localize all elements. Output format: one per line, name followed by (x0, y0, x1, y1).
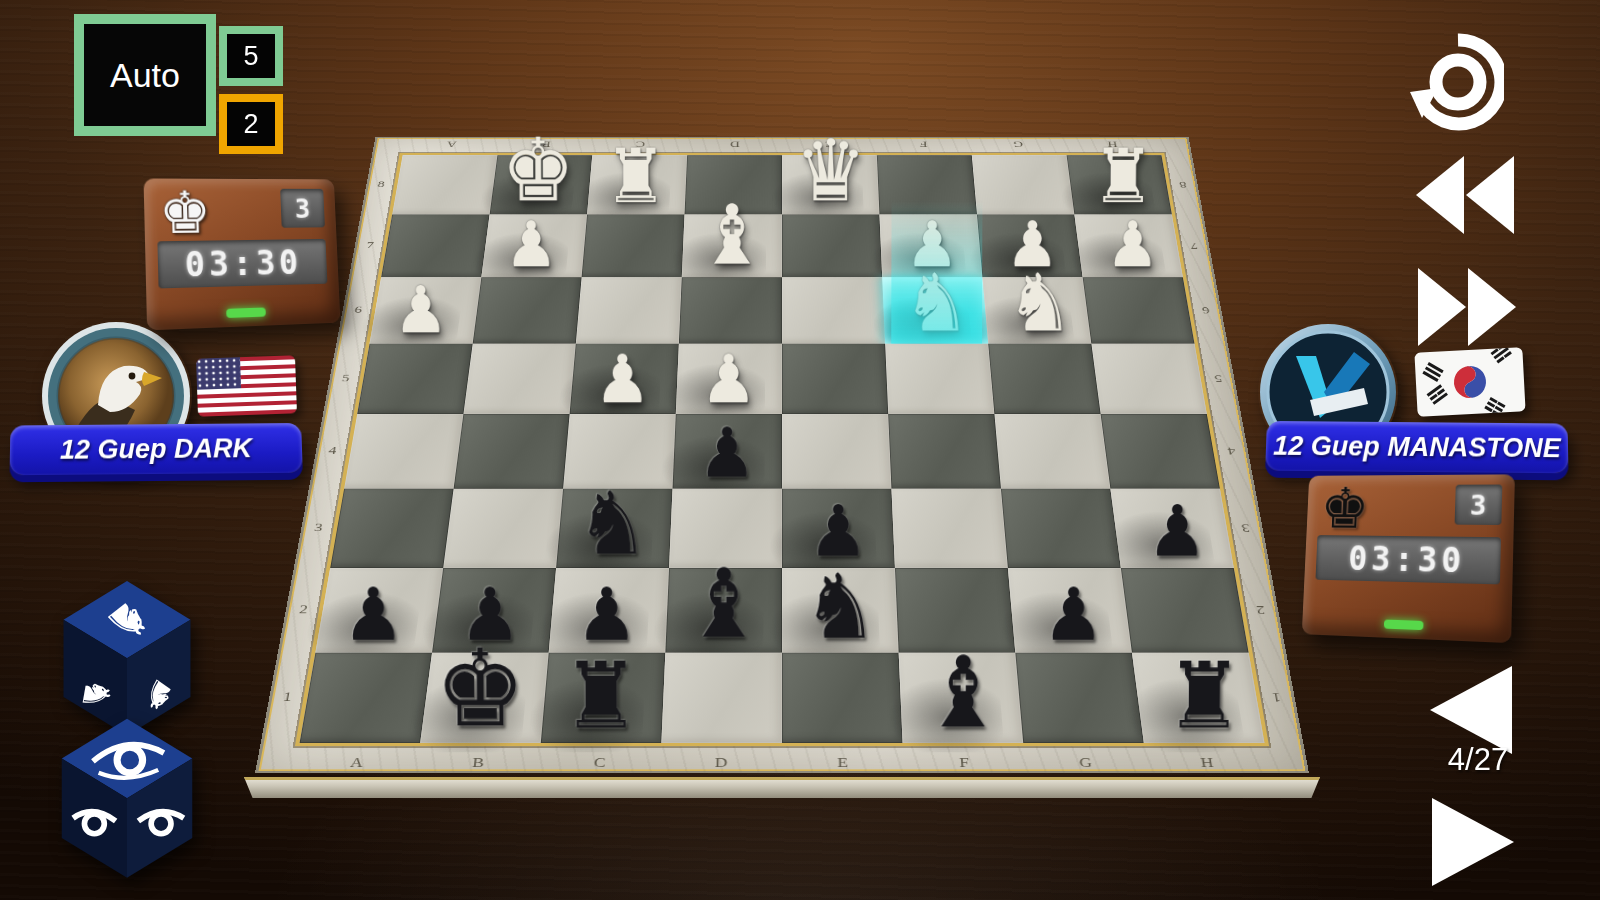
square-c1[interactable]: ♜ (541, 653, 666, 743)
square-c3[interactable]: ♞ (556, 489, 672, 568)
piece-white-rook-c8[interactable]: ♜ (587, 139, 685, 214)
square-b7[interactable]: ♟ (481, 215, 587, 278)
square-b6[interactable] (473, 277, 582, 343)
piece-white-king-b8[interactable]: ♚ (489, 126, 587, 213)
coordinate-label: G (1024, 755, 1147, 771)
square-e4[interactable] (782, 414, 891, 489)
square-h3[interactable]: ♟ (1110, 489, 1233, 568)
square-a5[interactable] (357, 344, 472, 414)
piece-white-knight-g6[interactable]: ♞ (988, 263, 1092, 343)
coordinate-label: D (687, 139, 782, 149)
square-g2[interactable]: ♟ (1008, 568, 1132, 653)
square-a6[interactable]: ♟ (370, 277, 482, 343)
piece-black-knight-e2[interactable]: ♞ (782, 561, 899, 651)
square-e2[interactable]: ♞ (782, 568, 899, 653)
black-clock-time-display: 03:30 (1315, 535, 1501, 584)
chess-board: ABCDEFGH ABCDEFGH 12345678 12345678 ♚♜♛♜… (255, 137, 1309, 774)
white-player-name: 12 Guep DARK (60, 433, 253, 465)
white-clock: ♚ 3 03:30 (144, 178, 341, 330)
coordinate-label: B (416, 755, 539, 771)
piece-black-rook-h1[interactable]: ♜ (1144, 650, 1265, 742)
square-h8[interactable]: ♜ (1067, 155, 1172, 214)
fast-backward-button[interactable] (1412, 146, 1518, 244)
square-d4[interactable]: ♟ (673, 414, 782, 489)
square-a4[interactable] (344, 414, 463, 489)
square-b8[interactable]: ♚ (490, 155, 593, 214)
coordinate-label: H (1145, 755, 1269, 771)
fast-backward-icon (1412, 146, 1518, 244)
square-d5[interactable]: ♟ (676, 344, 782, 414)
square-f4[interactable] (888, 414, 1001, 489)
white-player-name-banner: 12 Guep DARK (10, 423, 303, 475)
square-d7[interactable]: ♝ (682, 215, 782, 278)
square-c8[interactable]: ♜ (587, 155, 687, 214)
coordinate-label: 7 (353, 215, 386, 278)
piece-black-pawn-h3[interactable]: ♟ (1121, 496, 1235, 567)
square-a3[interactable] (330, 489, 453, 568)
square-g6[interactable]: ♞ (982, 277, 1091, 343)
piece-white-pawn-c5[interactable]: ♟ (569, 346, 675, 413)
square-b4[interactable] (454, 414, 570, 489)
black-clock-move-display: 3 (1455, 485, 1503, 525)
board-front-edge (244, 777, 1320, 798)
coordinate-label: E (782, 755, 904, 771)
square-f6[interactable]: ♞ (882, 277, 988, 343)
square-c6[interactable] (576, 277, 682, 343)
piece-black-knight-c3[interactable]: ♞ (556, 480, 669, 567)
square-e5[interactable] (782, 344, 888, 414)
square-c2[interactable]: ♟ (549, 568, 669, 653)
white-clock-time-display: 03:30 (157, 239, 327, 289)
white-king-icon: ♚ (158, 181, 212, 246)
square-h1[interactable]: ♜ (1132, 653, 1264, 743)
black-clock-led (1384, 619, 1424, 630)
hint-count-badge[interactable]: 5 (219, 26, 283, 86)
coordinate-label: D (660, 755, 782, 771)
square-d1[interactable] (661, 653, 782, 743)
square-h4[interactable] (1101, 414, 1220, 489)
piece-white-pawn-b7[interactable]: ♟ (481, 213, 582, 276)
piece-black-bishop-d2[interactable]: ♝ (665, 556, 782, 651)
coordinate-label: 4 (1213, 414, 1250, 489)
file-labels-bottom: ABCDEFGH (295, 755, 1270, 771)
square-b5[interactable] (463, 344, 575, 414)
korea-flag-icon (1414, 347, 1525, 417)
piece-black-pawn-d4[interactable]: ♟ (672, 419, 782, 488)
piece-black-bishop-f1[interactable]: ♝ (903, 643, 1024, 741)
next-move-button[interactable] (1428, 792, 1520, 892)
fast-forward-button[interactable] (1414, 258, 1520, 356)
square-f1[interactable]: ♝ (899, 653, 1024, 743)
us-flag-icon (196, 355, 297, 416)
piece-white-bishop-d7[interactable]: ♝ (682, 194, 782, 276)
svg-text:♞: ♞ (74, 675, 120, 714)
move-counter: 4/27 (1408, 742, 1548, 778)
white-clock-led (226, 307, 266, 318)
piece-white-rook-h8[interactable]: ♜ (1074, 139, 1172, 214)
square-h6[interactable] (1083, 277, 1195, 343)
rotate-icon (1408, 30, 1504, 136)
piece-black-rook-c1[interactable]: ♜ (540, 650, 661, 742)
coordinate-label: 6 (1189, 277, 1224, 343)
black-clock: ♚ 3 03:30 (1302, 474, 1515, 643)
coordinate-label: 2 (1240, 568, 1281, 653)
auto-button[interactable]: Auto (74, 14, 216, 136)
coordinate-label: 8 (365, 155, 397, 214)
square-f3[interactable] (891, 489, 1007, 568)
undo-count-badge[interactable]: 2 (219, 94, 283, 154)
square-h5[interactable] (1091, 344, 1206, 414)
square-d2[interactable]: ♝ (665, 568, 782, 653)
rotate-board-button[interactable] (1408, 30, 1504, 136)
piece-white-pawn-h7[interactable]: ♟ (1082, 213, 1183, 276)
piece-white-pawn-a6[interactable]: ♟ (369, 278, 473, 343)
black-king-icon: ♚ (1319, 477, 1370, 539)
coordinate-label: F (876, 139, 971, 149)
piece-white-queen-e8[interactable]: ♛ (782, 128, 880, 213)
square-g5[interactable] (988, 344, 1100, 414)
next-move-icon (1428, 792, 1520, 892)
board-grid: ♚♜♛♜♟♝♟♟♟♟♞♞♟♟♟♞♟♟♟♟♟♝♞♟♚♜♝♜ (300, 155, 1265, 743)
fast-forward-icon (1414, 258, 1520, 356)
piece-black-pawn-g2[interactable]: ♟ (1015, 578, 1132, 651)
app-screen: Auto 5 2 ABCDEFGH ABCDEFGH 12345678 1234… (0, 0, 1600, 900)
square-e8[interactable]: ♛ (782, 155, 879, 214)
square-f5[interactable] (885, 344, 994, 414)
coordinate-label: 5 (1201, 344, 1237, 414)
coordinate-label: F (903, 755, 1026, 771)
square-c5[interactable]: ♟ (570, 344, 679, 414)
square-d6[interactable] (679, 277, 782, 343)
white-clock-move-display: 3 (280, 189, 325, 228)
coordinate-label: C (538, 755, 661, 771)
piece-white-pawn-d5[interactable]: ♟ (676, 346, 782, 413)
square-h2[interactable] (1121, 568, 1249, 653)
piece-black-pawn-c2[interactable]: ♟ (548, 578, 665, 651)
black-player-name-banner: 12 Guep MANASTONE (1265, 421, 1568, 473)
piece-black-pawn-a2[interactable]: ♟ (315, 578, 432, 651)
eye-die-button[interactable] (56, 716, 198, 886)
piece-black-king-b1[interactable]: ♚ (420, 635, 541, 742)
black-player-name: 12 Guep MANASTONE (1273, 430, 1561, 463)
square-b1[interactable]: ♚ (420, 653, 549, 743)
square-g4[interactable] (994, 414, 1110, 489)
coordinate-label: G (970, 139, 1065, 149)
coordinate-label: A (404, 139, 500, 149)
last-move-glow (891, 181, 982, 344)
coordinate-label: A (295, 755, 419, 771)
